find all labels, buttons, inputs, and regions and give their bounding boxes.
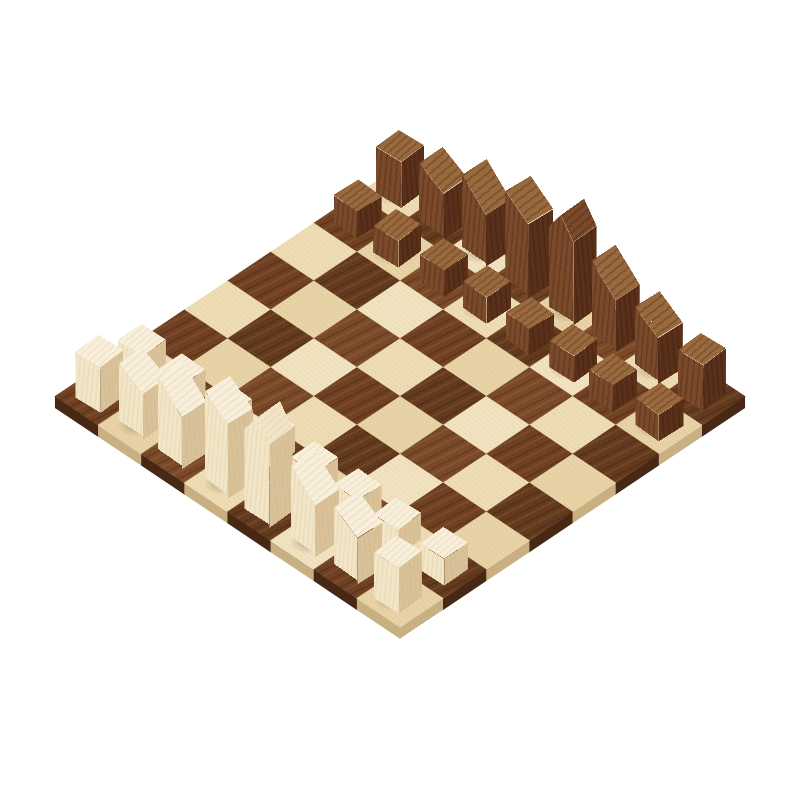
chess-scene	[0, 0, 800, 800]
chess-board	[55, 165, 745, 627]
piece-face	[269, 428, 292, 528]
photo-background: { "game": "chess", "scene": { "descripti…	[0, 0, 800, 800]
